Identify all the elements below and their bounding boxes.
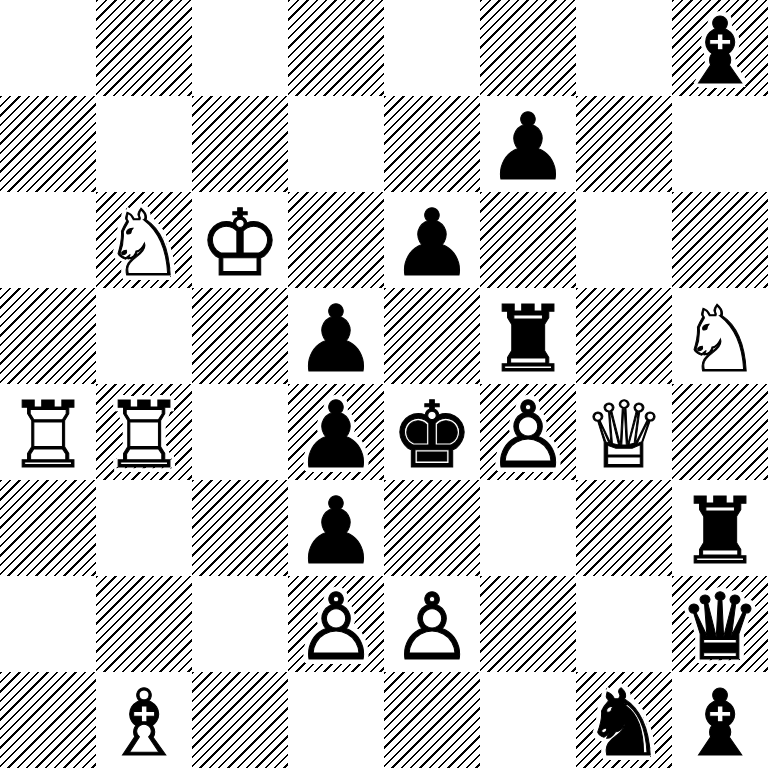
square-b8[interactable] [96, 0, 192, 96]
square-g8[interactable] [576, 0, 672, 96]
square-e3[interactable] [384, 480, 480, 576]
square-h1[interactable]: ♝♝ [672, 672, 768, 768]
square-b1[interactable]: ♝♗ [96, 672, 192, 768]
square-e4[interactable]: ♚♚ [384, 384, 480, 480]
square-g4[interactable]: ♛♕ [576, 384, 672, 480]
square-h4[interactable] [672, 384, 768, 480]
square-e2[interactable]: ♟♙ [384, 576, 480, 672]
black-knight[interactable]: ♞ [576, 676, 672, 768]
square-c2[interactable] [192, 576, 288, 672]
square-a2[interactable] [0, 576, 96, 672]
square-d2[interactable]: ♟♙ [288, 576, 384, 672]
white-knight[interactable]: ♘ [672, 292, 768, 384]
white-bishop[interactable]: ♗ [96, 676, 192, 768]
black-queen[interactable]: ♛ [672, 580, 768, 672]
white-king[interactable]: ♔ [192, 196, 288, 288]
white-pawn[interactable]: ♙ [480, 388, 576, 480]
white-pawn[interactable]: ♙ [288, 580, 384, 672]
square-e7[interactable] [384, 96, 480, 192]
black-pawn[interactable]: ♟ [288, 388, 384, 480]
square-d8[interactable] [288, 0, 384, 96]
square-f7[interactable]: ♟♟ [480, 96, 576, 192]
square-g5[interactable] [576, 288, 672, 384]
square-c4[interactable] [192, 384, 288, 480]
square-h8[interactable]: ♝♝ [672, 0, 768, 96]
square-a3[interactable] [0, 480, 96, 576]
square-f3[interactable] [480, 480, 576, 576]
square-a1[interactable] [0, 672, 96, 768]
square-c1[interactable] [192, 672, 288, 768]
square-b4[interactable]: ♜♖ [96, 384, 192, 480]
square-f4[interactable]: ♟♙ [480, 384, 576, 480]
square-h3[interactable]: ♜♜ [672, 480, 768, 576]
square-d6[interactable] [288, 192, 384, 288]
square-e1[interactable] [384, 672, 480, 768]
square-f6[interactable] [480, 192, 576, 288]
black-bishop[interactable]: ♝ [672, 4, 768, 96]
square-h6[interactable] [672, 192, 768, 288]
square-c6[interactable]: ♚♔ [192, 192, 288, 288]
square-d1[interactable] [288, 672, 384, 768]
black-pawn[interactable]: ♟ [288, 292, 384, 384]
square-e8[interactable] [384, 0, 480, 96]
square-h5[interactable]: ♞♘ [672, 288, 768, 384]
square-d7[interactable] [288, 96, 384, 192]
chess-board: ♝♝♟♟♞♘♚♔♟♟♟♟♜♜♞♘♜♖♜♖♟♟♚♚♟♙♛♕♟♟♜♜♟♙♟♙♛♛♝♗… [0, 0, 768, 768]
square-a7[interactable] [0, 96, 96, 192]
black-rook[interactable]: ♜ [672, 484, 768, 576]
square-a4[interactable]: ♜♖ [0, 384, 96, 480]
square-b3[interactable] [96, 480, 192, 576]
black-king[interactable]: ♚ [384, 388, 480, 480]
black-pawn[interactable]: ♟ [384, 196, 480, 288]
square-g6[interactable] [576, 192, 672, 288]
square-g2[interactable] [576, 576, 672, 672]
square-b2[interactable] [96, 576, 192, 672]
square-c5[interactable] [192, 288, 288, 384]
square-g3[interactable] [576, 480, 672, 576]
square-h7[interactable] [672, 96, 768, 192]
square-a5[interactable] [0, 288, 96, 384]
square-b7[interactable] [96, 96, 192, 192]
square-c8[interactable] [192, 0, 288, 96]
square-f5[interactable]: ♜♜ [480, 288, 576, 384]
square-f8[interactable] [480, 0, 576, 96]
white-queen[interactable]: ♕ [576, 388, 672, 480]
square-b5[interactable] [96, 288, 192, 384]
white-rook[interactable]: ♖ [0, 388, 96, 480]
white-pawn[interactable]: ♙ [384, 580, 480, 672]
square-g1[interactable]: ♞♞ [576, 672, 672, 768]
black-rook[interactable]: ♜ [480, 292, 576, 384]
black-bishop[interactable]: ♝ [672, 676, 768, 768]
square-d3[interactable]: ♟♟ [288, 480, 384, 576]
white-knight[interactable]: ♘ [96, 196, 192, 288]
square-c7[interactable] [192, 96, 288, 192]
square-a8[interactable] [0, 0, 96, 96]
square-e6[interactable]: ♟♟ [384, 192, 480, 288]
square-a6[interactable] [0, 192, 96, 288]
black-pawn[interactable]: ♟ [288, 484, 384, 576]
square-g7[interactable] [576, 96, 672, 192]
square-c3[interactable] [192, 480, 288, 576]
square-h2[interactable]: ♛♛ [672, 576, 768, 672]
square-d5[interactable]: ♟♟ [288, 288, 384, 384]
square-f1[interactable] [480, 672, 576, 768]
square-f2[interactable] [480, 576, 576, 672]
square-d4[interactable]: ♟♟ [288, 384, 384, 480]
black-pawn[interactable]: ♟ [480, 100, 576, 192]
white-rook[interactable]: ♖ [96, 388, 192, 480]
square-e5[interactable] [384, 288, 480, 384]
square-b6[interactable]: ♞♘ [96, 192, 192, 288]
